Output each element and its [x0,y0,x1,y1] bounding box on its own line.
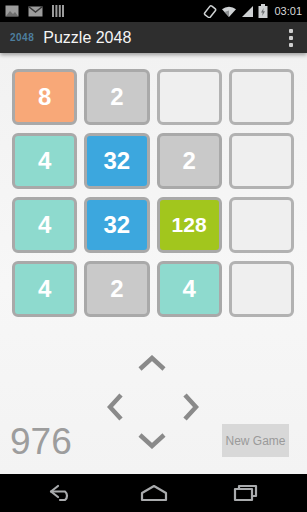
wifi-icon [221,5,237,18]
move-down-button[interactable] [135,429,169,451]
game-area: 824322432128424 976 New Game [0,53,307,474]
clock: 03:01 [272,5,302,17]
email-icon [28,6,43,17]
empty-cell [157,69,222,125]
phone-screen: 03:01 2048 Puzzle 2048 824322432128424 [0,0,307,512]
score-value: 976 [10,421,72,463]
page-title: Puzzle 2048 [43,29,131,47]
tile-2: 2 [84,261,149,317]
app-logo: 2048 [10,32,34,43]
tile-4: 4 [12,133,77,189]
system-status-icons: 03:01 [203,4,302,18]
tile-2: 2 [157,133,222,189]
tile-128: 128 [157,197,222,253]
overflow-menu-icon[interactable] [285,23,297,53]
home-button[interactable] [140,484,168,502]
barcode-icon [52,5,64,17]
tile-4: 4 [12,261,77,317]
back-button[interactable] [48,484,74,502]
screenshot-icon [5,5,19,17]
move-left-button[interactable] [104,390,126,424]
move-up-button[interactable] [135,352,169,374]
empty-cell [229,261,294,317]
tile-32: 32 [84,197,149,253]
signal-icon [241,5,254,18]
tile-2: 2 [84,69,149,125]
tile-32: 32 [84,133,149,189]
empty-cell [229,69,294,125]
navigation-bar [0,474,307,512]
tile-8: 8 [12,69,77,125]
status-bar: 03:01 [0,0,307,22]
board[interactable]: 824322432128424 [0,53,307,317]
new-game-button[interactable]: New Game [222,424,289,457]
tile-4: 4 [12,197,77,253]
tile-4: 4 [157,261,222,317]
battery-charging-icon [258,4,268,18]
empty-cell [229,133,294,189]
notification-icons [5,5,64,17]
move-right-button[interactable] [179,390,201,424]
recents-button[interactable] [233,484,259,502]
empty-cell [229,197,294,253]
rotation-icon [203,4,217,18]
dpad [103,352,202,451]
app-bar: 2048 Puzzle 2048 [0,22,307,53]
